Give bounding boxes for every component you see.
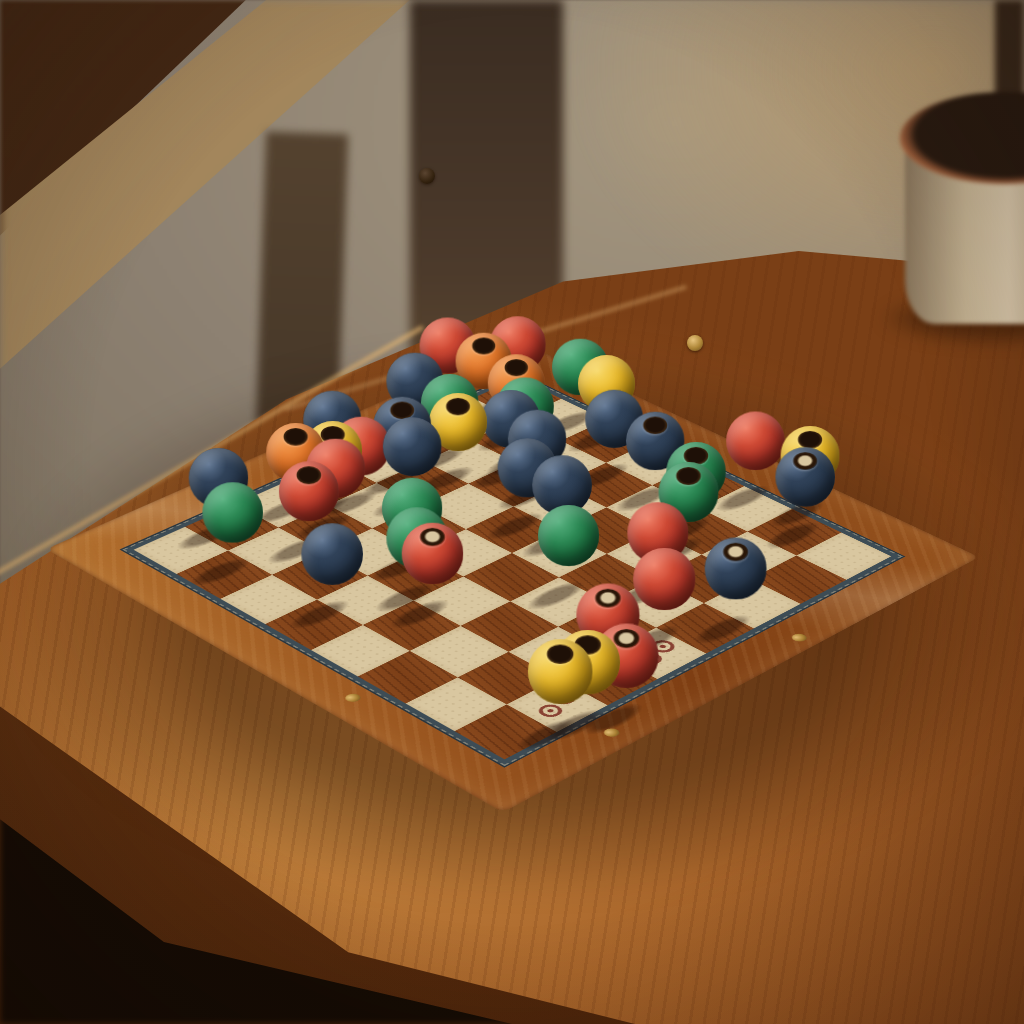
photo-scene: [0, 0, 1024, 1024]
yellow-bead-ball: [528, 639, 593, 704]
navy-bead-ball: [704, 538, 766, 600]
red-bead-ball: [402, 523, 464, 585]
board-perspective: [0, 0, 1024, 1024]
red-bead-ball: [633, 548, 695, 610]
green-bead-ball: [538, 505, 599, 566]
game-board: [46, 341, 979, 812]
green-bead-ball: [202, 482, 263, 543]
